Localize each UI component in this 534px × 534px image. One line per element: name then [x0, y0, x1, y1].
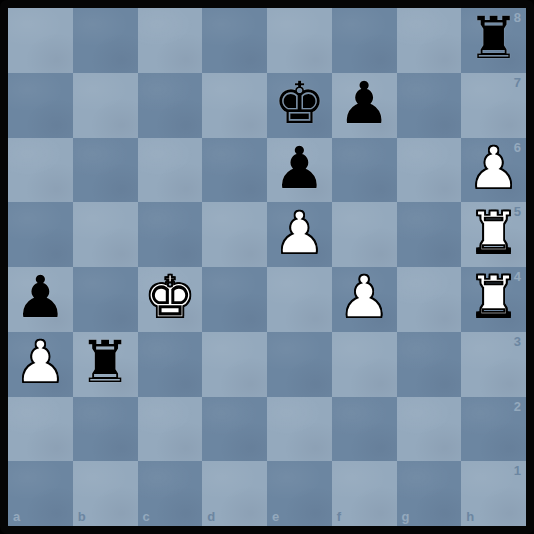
square-c3[interactable] — [138, 332, 203, 397]
file-label-e: e — [272, 510, 279, 523]
square-g8[interactable] — [397, 8, 462, 73]
white-king[interactable]: ♚ — [138, 267, 203, 332]
square-e7[interactable]: ♚ — [267, 73, 332, 138]
square-d2[interactable] — [202, 397, 267, 462]
square-d5[interactable] — [202, 202, 267, 267]
square-c8[interactable] — [138, 8, 203, 73]
square-c2[interactable] — [138, 397, 203, 462]
square-h6[interactable]: 6♟ — [461, 138, 526, 203]
square-b2[interactable] — [73, 397, 138, 462]
square-g4[interactable] — [397, 267, 462, 332]
square-a5[interactable] — [8, 202, 73, 267]
rank-label-1: 1 — [514, 464, 521, 477]
rank-label-7: 7 — [514, 76, 521, 89]
black-pawn[interactable]: ♟ — [332, 73, 397, 138]
file-label-c: c — [143, 510, 150, 523]
square-f8[interactable] — [332, 8, 397, 73]
square-d3[interactable] — [202, 332, 267, 397]
square-e8[interactable] — [267, 8, 332, 73]
square-e4[interactable] — [267, 267, 332, 332]
square-e6[interactable]: ♟ — [267, 138, 332, 203]
square-c5[interactable] — [138, 202, 203, 267]
square-a3[interactable]: ♟ — [8, 332, 73, 397]
square-d6[interactable] — [202, 138, 267, 203]
square-f5[interactable] — [332, 202, 397, 267]
square-c1[interactable]: c — [138, 461, 203, 526]
square-h1[interactable]: 1h — [461, 461, 526, 526]
square-g6[interactable] — [397, 138, 462, 203]
square-b5[interactable] — [73, 202, 138, 267]
square-a7[interactable] — [8, 73, 73, 138]
square-g7[interactable] — [397, 73, 462, 138]
square-d8[interactable] — [202, 8, 267, 73]
square-a6[interactable] — [8, 138, 73, 203]
square-c7[interactable] — [138, 73, 203, 138]
square-f4[interactable]: ♟ — [332, 267, 397, 332]
square-b6[interactable] — [73, 138, 138, 203]
file-label-f: f — [337, 510, 341, 523]
square-f2[interactable] — [332, 397, 397, 462]
rank-label-2: 2 — [514, 400, 521, 413]
file-label-g: g — [402, 510, 410, 523]
square-f6[interactable] — [332, 138, 397, 203]
square-c6[interactable] — [138, 138, 203, 203]
square-g5[interactable] — [397, 202, 462, 267]
square-a4[interactable]: ♟ — [8, 267, 73, 332]
square-h8[interactable]: 8♜ — [461, 8, 526, 73]
rank-label-6: 6 — [514, 141, 521, 154]
square-h7[interactable]: 7 — [461, 73, 526, 138]
square-e1[interactable]: e — [267, 461, 332, 526]
square-h5[interactable]: 5♜ — [461, 202, 526, 267]
rank-label-5: 5 — [514, 205, 521, 218]
square-e2[interactable] — [267, 397, 332, 462]
square-b3[interactable]: ♜ — [73, 332, 138, 397]
chess-board: 8♜♚♟7♟6♟♟5♜♟♚♟4♜♟♜32abcdefg1h — [8, 8, 526, 526]
black-pawn[interactable]: ♟ — [8, 267, 73, 332]
square-g1[interactable]: g — [397, 461, 462, 526]
square-h2[interactable]: 2 — [461, 397, 526, 462]
file-label-a: a — [13, 510, 20, 523]
square-f3[interactable] — [332, 332, 397, 397]
square-f7[interactable]: ♟ — [332, 73, 397, 138]
white-pawn[interactable]: ♟ — [8, 332, 73, 397]
square-b4[interactable] — [73, 267, 138, 332]
black-rook[interactable]: ♜ — [73, 332, 138, 397]
rank-label-8: 8 — [514, 11, 521, 24]
white-pawn[interactable]: ♟ — [332, 267, 397, 332]
square-e5[interactable]: ♟ — [267, 202, 332, 267]
file-label-h: h — [466, 510, 474, 523]
square-b7[interactable] — [73, 73, 138, 138]
black-king[interactable]: ♚ — [267, 73, 332, 138]
square-d7[interactable] — [202, 73, 267, 138]
square-b8[interactable] — [73, 8, 138, 73]
square-h3[interactable]: 3 — [461, 332, 526, 397]
square-d1[interactable]: d — [202, 461, 267, 526]
board-frame: 8♜♚♟7♟6♟♟5♜♟♚♟4♜♟♜32abcdefg1h — [0, 0, 534, 534]
square-f1[interactable]: f — [332, 461, 397, 526]
white-pawn[interactable]: ♟ — [267, 202, 332, 267]
square-a8[interactable] — [8, 8, 73, 73]
file-label-d: d — [207, 510, 215, 523]
rank-label-4: 4 — [514, 270, 521, 283]
square-e3[interactable] — [267, 332, 332, 397]
file-label-b: b — [78, 510, 86, 523]
square-a1[interactable]: a — [8, 461, 73, 526]
square-c4[interactable]: ♚ — [138, 267, 203, 332]
square-g2[interactable] — [397, 397, 462, 462]
square-d4[interactable] — [202, 267, 267, 332]
square-h4[interactable]: 4♜ — [461, 267, 526, 332]
square-g3[interactable] — [397, 332, 462, 397]
square-a2[interactable] — [8, 397, 73, 462]
black-pawn[interactable]: ♟ — [267, 138, 332, 203]
square-b1[interactable]: b — [73, 461, 138, 526]
rank-label-3: 3 — [514, 335, 521, 348]
